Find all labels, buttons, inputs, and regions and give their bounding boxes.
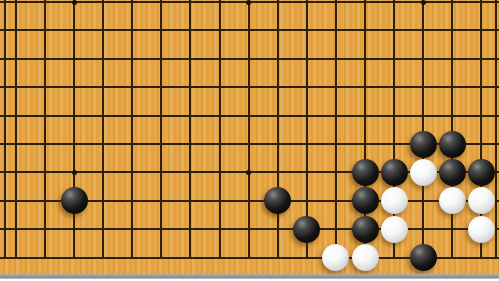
black-stone-glyph: ● (352, 216, 379, 243)
grid-line-vertical (451, 0, 453, 259)
grid-line-vertical (248, 0, 250, 259)
white-stone-glyph: ○ (468, 187, 495, 214)
grid-line-vertical (73, 0, 75, 259)
white-stone-n1[interactable]: ○ (322, 244, 349, 271)
black-stone-glyph: ● (410, 244, 437, 271)
black-stone-l3[interactable]: ● (264, 187, 291, 214)
black-stone-glyph: ● (410, 131, 437, 158)
black-stone-o3[interactable]: ● (352, 187, 379, 214)
board-edge-shadow (0, 274, 499, 279)
star-point-q10 (421, 0, 426, 5)
star-point-k10 (246, 0, 251, 5)
white-stone-s3[interactable]: ○ (468, 187, 495, 214)
grid-line-vertical (277, 0, 279, 259)
black-stone-glyph: ● (352, 159, 379, 186)
black-stone-glyph: ● (264, 187, 291, 214)
go-diagram-page: ●●●●●●●●●●●●○○○○○○○○ (0, 0, 499, 281)
black-stone-m2[interactable]: ● (293, 216, 320, 243)
go-board[interactable]: ●●●●●●●●●●●●○○○○○○○○ (0, 0, 499, 274)
grid-line-vertical (131, 0, 133, 259)
black-stone-glyph: ● (439, 159, 466, 186)
white-stone-p2[interactable]: ○ (381, 216, 408, 243)
grid-line-vertical (335, 0, 337, 259)
grid-line-horizontal (0, 86, 499, 88)
black-stone-r4[interactable]: ● (439, 159, 466, 186)
black-stone-glyph: ● (468, 159, 495, 186)
black-stone-d3[interactable]: ● (61, 187, 88, 214)
grid-line-horizontal (0, 29, 499, 31)
grid-line-horizontal (0, 58, 499, 60)
grid-line-vertical (189, 0, 191, 259)
white-stone-glyph: ○ (381, 187, 408, 214)
black-stone-s4[interactable]: ● (468, 159, 495, 186)
grid-line-vertical (160, 0, 162, 259)
white-stone-glyph: ○ (352, 244, 379, 271)
black-stone-o4[interactable]: ● (352, 159, 379, 186)
grid-line-vertical (44, 0, 46, 259)
grid-line-vertical (219, 0, 221, 259)
white-stone-glyph: ○ (468, 216, 495, 243)
star-point-k4 (246, 170, 251, 175)
grid-line-vertical (102, 0, 104, 259)
white-stone-glyph: ○ (410, 159, 437, 186)
white-stone-o1[interactable]: ○ (352, 244, 379, 271)
star-point-d10 (72, 0, 77, 5)
grid-line-horizontal (0, 228, 499, 230)
black-stone-r5[interactable]: ● (439, 131, 466, 158)
black-stone-glyph: ● (439, 131, 466, 158)
white-stone-q4[interactable]: ○ (410, 159, 437, 186)
board-crop-frame-line (495, 0, 497, 259)
board-crop-frame-line (4, 0, 6, 259)
grid-line-vertical (422, 0, 424, 259)
black-stone-p4[interactable]: ● (381, 159, 408, 186)
grid-line-horizontal (0, 115, 499, 117)
black-stone-glyph: ● (293, 216, 320, 243)
white-stone-r3[interactable]: ○ (439, 187, 466, 214)
black-stone-o2[interactable]: ● (352, 216, 379, 243)
white-stone-glyph: ○ (322, 244, 349, 271)
star-point-d4 (72, 170, 77, 175)
black-stone-q5[interactable]: ● (410, 131, 437, 158)
black-stone-glyph: ● (352, 187, 379, 214)
black-stone-q1[interactable]: ● (410, 244, 437, 271)
white-stone-p3[interactable]: ○ (381, 187, 408, 214)
white-stone-glyph: ○ (439, 187, 466, 214)
grid-line-vertical (15, 0, 17, 259)
white-stone-s2[interactable]: ○ (468, 216, 495, 243)
white-stone-glyph: ○ (381, 216, 408, 243)
black-stone-glyph: ● (381, 159, 408, 186)
black-stone-glyph: ● (61, 187, 88, 214)
